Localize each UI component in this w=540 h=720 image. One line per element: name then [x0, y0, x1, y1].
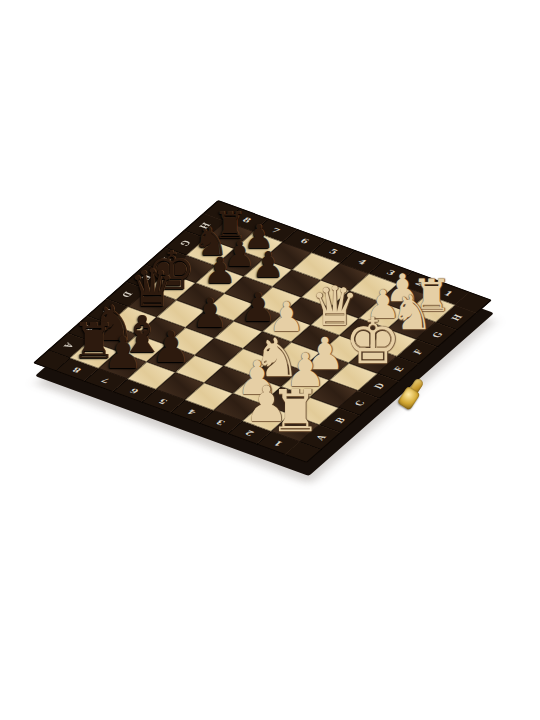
piece-white-rook-a1[interactable]: ♜: [269, 383, 321, 441]
piece-black-pawn-g6[interactable]: ♟: [252, 247, 284, 283]
piece-black-pawn-a7[interactable]: ♟: [103, 332, 143, 376]
product-photo-chess-set: ABCDEFGH ABCDEFGH 87654321 87654321 ♜♞♛♚…: [0, 0, 540, 720]
piece-white-king-e1[interactable]: ♚: [345, 310, 402, 373]
piece-black-pawn-d6[interactable]: ♟: [192, 294, 228, 334]
piece-black-pawn-b6[interactable]: ♟: [151, 326, 190, 370]
piece-black-pawn-f7[interactable]: ♟: [204, 253, 236, 289]
